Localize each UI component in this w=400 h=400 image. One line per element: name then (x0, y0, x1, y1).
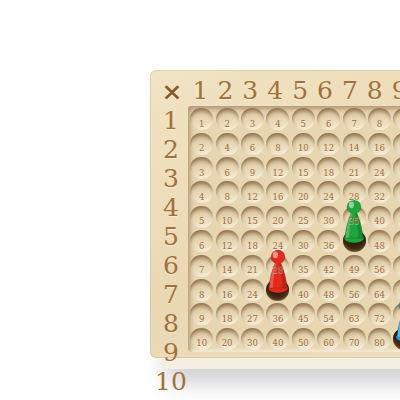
hole-9x7-63[interactable]: 63 (341, 302, 366, 326)
hole-number: 10 (222, 217, 233, 229)
col-header-2: 2 (213, 74, 238, 106)
hole-1x4-4[interactable]: 4 (265, 107, 290, 131)
hole-number: 4 (224, 144, 229, 156)
hole-number: 12 (272, 169, 283, 181)
hole-number: 60 (323, 339, 334, 351)
hole-number: 42 (323, 266, 334, 278)
hole-10x1-10[interactable]: 10 (189, 327, 214, 351)
hole-number: 70 (349, 339, 360, 351)
hole-number: 50 (298, 339, 309, 351)
multiply-sign: × (156, 76, 188, 106)
hole-4x1-4[interactable]: 4 (189, 180, 214, 204)
col-header-7: 7 (337, 74, 362, 106)
hole-number: 20 (272, 217, 283, 229)
col-header-1: 1 (188, 74, 213, 106)
row-header-9: 9 (154, 338, 188, 367)
hole-4x5-20[interactable]: 20 (291, 180, 316, 204)
row-header-8: 8 (154, 309, 188, 338)
hole-number: 18 (222, 315, 233, 327)
hole-number: 24 (247, 291, 258, 303)
hole-4x4-16[interactable]: 16 (265, 180, 290, 204)
hole-2x5-10[interactable]: 10 (291, 131, 316, 155)
hole-number: 24 (323, 193, 334, 205)
hole-number: 8 (377, 120, 382, 132)
hole-number: 12 (247, 193, 258, 205)
hole-number: 15 (298, 169, 309, 181)
row-header-2: 2 (154, 135, 188, 164)
hole-10x3-30[interactable]: 30 (240, 327, 265, 351)
hole-2x2-4[interactable]: 4 (214, 131, 239, 155)
hole-6x2-12[interactable]: 12 (214, 229, 239, 253)
hole-10x6-60[interactable]: 60 (316, 327, 341, 351)
hole-number: 32 (374, 193, 385, 205)
hole-5x9-45[interactable]: 45 (392, 205, 400, 229)
row-header-4: 4 (154, 193, 188, 222)
hole-3x1-3[interactable]: 3 (189, 156, 214, 180)
board-grid: 1234567891024681012141618203691215182124… (188, 106, 400, 352)
hole-number: 20 (298, 193, 309, 205)
hole-2x6-12[interactable]: 12 (316, 131, 341, 155)
hole-number: 63 (349, 315, 360, 327)
hole-number: 48 (374, 242, 385, 254)
hole-number: 16 (222, 291, 233, 303)
hole-3x9-27[interactable]: 27 (392, 156, 400, 180)
hole-10x7-70[interactable]: 70 (341, 327, 366, 351)
hole-number: 20 (222, 339, 233, 351)
hole-number: 2 (224, 120, 229, 132)
hole-number: 9 (199, 315, 204, 327)
hole-5x5-25[interactable]: 25 (291, 205, 316, 229)
hole-9x3-27[interactable]: 27 (240, 302, 265, 326)
hole-4x9-36[interactable]: 36 (392, 180, 400, 204)
hole-number: 28 (272, 266, 283, 278)
row-header-6: 6 (154, 251, 188, 280)
hole-number: 30 (247, 339, 258, 351)
hole-number: 9 (250, 169, 255, 181)
hole-number: 18 (247, 242, 258, 254)
hole-number: 6 (250, 144, 255, 156)
hole-6x8-48[interactable]: 48 (367, 229, 392, 253)
hole-number: 10 (196, 339, 207, 351)
hole-5x4-20[interactable]: 20 (265, 205, 290, 229)
hole-6x6-36[interactable]: 36 (316, 229, 341, 253)
col-header-6: 6 (313, 74, 338, 106)
hole-1x3-3[interactable]: 3 (240, 107, 265, 131)
hole-1x1-1[interactable]: 1 (189, 107, 214, 131)
hole-7x7-49[interactable]: 49 (341, 253, 366, 277)
hole-7x8-56[interactable]: 56 (367, 253, 392, 277)
hole-number: 27 (247, 315, 258, 327)
hole-number: 28 (349, 193, 360, 205)
column-headers: 12345678910 (188, 74, 400, 106)
hole-number: 21 (349, 169, 360, 181)
hole-2x9-18[interactable]: 18 (392, 131, 400, 155)
hole-8x7-56[interactable]: 56 (341, 278, 366, 302)
hole-number: 7 (351, 120, 356, 132)
hole-number: 72 (374, 315, 385, 327)
hole-3x6-18[interactable]: 18 (316, 156, 341, 180)
hole-1x5-5[interactable]: 5 (291, 107, 316, 131)
hole-4x3-12[interactable]: 12 (240, 180, 265, 204)
row-header-7: 7 (154, 280, 188, 309)
row-headers: 12345678910 (154, 106, 188, 352)
hole-number: 56 (349, 291, 360, 303)
hole-6x9-54[interactable]: 54 (392, 229, 400, 253)
hole-number: 16 (272, 193, 283, 205)
hole-number: 25 (298, 217, 309, 229)
hole-number: 49 (349, 266, 360, 278)
hole-number: 5 (199, 217, 204, 229)
hole-2x4-8[interactable]: 8 (265, 131, 290, 155)
hole-number: 40 (374, 217, 385, 229)
hole-number: 10 (298, 144, 309, 156)
hole-5x2-10[interactable]: 10 (214, 205, 239, 229)
col-header-9: 9 (387, 74, 400, 106)
hole-number: 16 (374, 144, 385, 156)
hole-9x4-36[interactable]: 36 (265, 302, 290, 326)
hole-8x2-16[interactable]: 16 (214, 278, 239, 302)
hole-2x7-14[interactable]: 14 (341, 131, 366, 155)
hole-1x7-7[interactable]: 7 (341, 107, 366, 131)
hole-number: 14 (349, 144, 360, 156)
hole-number: 40 (272, 339, 283, 351)
hole-9x8-72[interactable]: 72 (367, 302, 392, 326)
hole-9x1-9[interactable]: 9 (189, 302, 214, 326)
hole-7x6-42[interactable]: 42 (316, 253, 341, 277)
hole-7x2-14[interactable]: 14 (214, 253, 239, 277)
hole-10x2-20[interactable]: 20 (214, 327, 239, 351)
hole-1x6-6[interactable]: 6 (316, 107, 341, 131)
hole-3x7-21[interactable]: 21 (341, 156, 366, 180)
hole-number: 24 (374, 169, 385, 181)
col-header-4: 4 (263, 74, 288, 106)
hole-recess (393, 108, 400, 130)
hole-4x6-24[interactable]: 24 (316, 180, 341, 204)
hole-number: 35 (298, 266, 309, 278)
hole-5x1-5[interactable]: 5 (189, 205, 214, 229)
hole-3x2-6[interactable]: 6 (214, 156, 239, 180)
row-header-5: 5 (154, 222, 188, 251)
multiplication-board: × 12345678910 12345678910 12345678910246… (150, 70, 400, 358)
col-header-8: 8 (362, 74, 387, 106)
hole-4x2-8[interactable]: 8 (214, 180, 239, 204)
hole-3x3-9[interactable]: 9 (240, 156, 265, 180)
row-header-3: 3 (154, 164, 188, 193)
hole-number: 56 (374, 266, 385, 278)
hole-7x3-21[interactable]: 21 (240, 253, 265, 277)
hole-8x8-64[interactable]: 64 (367, 278, 392, 302)
hole-2x8-16[interactable]: 16 (367, 131, 392, 155)
col-header-5: 5 (288, 74, 313, 106)
photo-background: × 12345678910 12345678910 12345678910246… (0, 0, 400, 400)
hole-number: 36 (272, 315, 283, 327)
hole-8x6-48[interactable]: 48 (316, 278, 341, 302)
hole-number: 3 (250, 120, 255, 132)
hole-number: 48 (323, 291, 334, 303)
hole-number: 40 (298, 291, 309, 303)
hole-number: 5 (301, 120, 306, 132)
hole-number: 8 (275, 144, 280, 156)
hole-5x8-40[interactable]: 40 (367, 205, 392, 229)
hole-number: 6 (199, 242, 204, 254)
hole-3x4-12[interactable]: 12 (265, 156, 290, 180)
hole-8x3-24[interactable]: 24 (240, 278, 265, 302)
hole-10x8-80[interactable]: 80 (367, 327, 392, 351)
hole-number: 6 (326, 120, 331, 132)
hole-number: 14 (222, 266, 233, 278)
hole-7x1-7[interactable]: 7 (189, 253, 214, 277)
hole-number: 18 (323, 169, 334, 181)
col-header-3: 3 (238, 74, 263, 106)
row-header-10: 10 (154, 367, 188, 396)
hole-number: 36 (323, 242, 334, 254)
hole-7x5-35[interactable]: 35 (291, 253, 316, 277)
hole-4x8-32[interactable]: 32 (367, 180, 392, 204)
hole-number: 12 (323, 144, 334, 156)
hole-5x3-15[interactable]: 15 (240, 205, 265, 229)
hole-number: 45 (298, 315, 309, 327)
hole-number: 8 (199, 291, 204, 303)
hole-number: 35 (349, 217, 360, 229)
hole-6x5-30[interactable]: 30 (291, 229, 316, 253)
row-header-1: 1 (154, 106, 188, 135)
hole-number: 6 (224, 169, 229, 181)
hole-8x1-8[interactable]: 8 (189, 278, 214, 302)
hole-number: 4 (199, 193, 204, 205)
hole-6x3-18[interactable]: 18 (240, 229, 265, 253)
hole-7x9-63[interactable]: 63 (392, 253, 400, 277)
hole-number: 64 (374, 291, 385, 303)
hole-number: 24 (272, 242, 283, 254)
hole-number: 3 (199, 169, 204, 181)
hole-number: 1 (199, 120, 204, 132)
hole-3x5-15[interactable]: 15 (291, 156, 316, 180)
hole-2x3-6[interactable]: 6 (240, 131, 265, 155)
hole-number: 30 (298, 242, 309, 254)
hole-number: 7 (199, 266, 204, 278)
hole-number: 21 (247, 266, 258, 278)
hole-5x6-30[interactable]: 30 (316, 205, 341, 229)
hole-1x2-2[interactable]: 2 (214, 107, 239, 131)
hole-number: 12 (222, 242, 233, 254)
hole-9x5-45[interactable]: 45 (291, 302, 316, 326)
hole-number: 8 (224, 193, 229, 205)
hole-number: 2 (199, 144, 204, 156)
hole-1x9-9[interactable]: 9 (392, 107, 400, 131)
hole-9x2-18[interactable]: 18 (214, 302, 239, 326)
hole-8x5-40[interactable]: 40 (291, 278, 316, 302)
hole-number: 4 (275, 120, 280, 132)
hole-number: 15 (247, 217, 258, 229)
hole-3x8-24[interactable]: 24 (367, 156, 392, 180)
hole-1x8-8[interactable]: 8 (367, 107, 392, 131)
hole-10x4-40[interactable]: 40 (265, 327, 290, 351)
hole-9x6-54[interactable]: 54 (316, 302, 341, 326)
hole-2x1-2[interactable]: 2 (189, 131, 214, 155)
hole-number: 54 (323, 315, 334, 327)
hole-10x5-50[interactable]: 50 (291, 327, 316, 351)
hole-number: 80 (374, 339, 385, 351)
hole-number: 30 (323, 217, 334, 229)
hole-6x1-6[interactable]: 6 (189, 229, 214, 253)
